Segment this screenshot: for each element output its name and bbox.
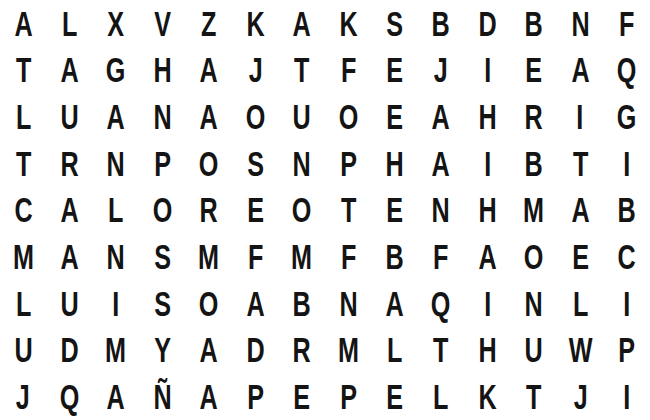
grid-cell[interactable]: H [139,47,185,94]
grid-cell[interactable]: J [0,373,46,420]
grid-cell[interactable]: L [557,280,603,327]
grid-letter: E [386,52,403,87]
grid-cell[interactable]: N [511,280,557,327]
grid-letter: W [568,332,592,367]
grid-cell[interactable]: A [464,233,510,280]
grid-cell[interactable]: H [464,93,510,140]
grid-cell[interactable]: E [232,187,278,234]
grid-cell[interactable]: T [0,140,46,187]
grid-letter: E [526,52,543,87]
grid-letter: H [478,192,496,227]
grid-cell[interactable]: E [279,373,325,420]
grid-cell[interactable]: O [186,140,232,187]
grid-cell[interactable]: A [0,0,46,47]
grid-letter: S [154,239,171,274]
grid-letter: E [386,99,403,134]
grid-cell[interactable]: T [0,47,46,94]
grid-letter: U [61,99,79,134]
grid-letter: J [248,52,262,87]
grid-cell[interactable]: O [325,93,371,140]
grid-cell[interactable]: E [371,93,417,140]
grid-cell[interactable]: E [371,47,417,94]
grid-cell[interactable]: J [557,373,603,420]
grid-cell[interactable]: Q [418,280,464,327]
grid-letter: A [293,6,311,41]
grid-letter: I [484,146,491,181]
grid-letter: L [16,286,31,321]
grid-letter: P [340,379,357,414]
grid-letter: T [16,146,31,181]
grid-letter: D [246,332,264,367]
grid-letter: V [154,6,171,41]
grid-cell[interactable]: T [325,187,371,234]
grid-letter: L [387,332,402,367]
grid-letter: U [61,286,79,321]
grid-cell[interactable]: B [511,140,557,187]
grid-cell[interactable]: F [325,233,371,280]
grid-cell[interactable]: O [232,93,278,140]
grid-letter: N [571,6,589,41]
grid-letter: F [619,6,634,41]
grid-letter: S [247,146,264,181]
grid-cell[interactable]: B [418,0,464,47]
grid-letter: Y [154,332,171,367]
grid-cell[interactable]: S [371,0,417,47]
grid-letter: M [291,239,312,274]
grid-letter: P [340,146,357,181]
grid-letter: T [433,332,448,367]
grid-cell[interactable]: O [186,280,232,327]
grid-letter: I [577,99,584,134]
grid-cell[interactable]: P [604,327,650,374]
grid-letter: P [247,379,264,414]
grid-cell[interactable]: D [232,327,278,374]
grid-cell[interactable]: D [464,0,510,47]
grid-cell[interactable]: A [371,280,417,327]
grid-letter: F [340,52,355,87]
grid-letter: B [432,6,450,41]
grid-cell[interactable]: Q [604,47,650,94]
grid-cell[interactable]: I [464,280,510,327]
grid-letter: E [572,239,589,274]
grid-cell[interactable]: P [139,140,185,187]
grid-letter: F [340,239,355,274]
grid-letter: R [61,146,79,181]
grid-cell[interactable]: H [464,327,510,374]
grid-cell[interactable]: I [464,47,510,94]
grid-letter: U [293,99,311,134]
grid-cell[interactable]: J [418,47,464,94]
grid-letter: M [523,192,544,227]
grid-cell[interactable]: A [186,327,232,374]
grid-letter: A [478,239,496,274]
grid-cell[interactable]: R [46,140,92,187]
grid-letter: G [617,99,637,134]
grid-letter: L [433,379,448,414]
grid-letter: D [61,332,79,367]
grid-letter: A [200,52,218,87]
grid-cell[interactable]: L [46,0,92,47]
grid-letter: N [107,146,125,181]
grid-cell[interactable]: N [93,140,139,187]
grid-letter: K [478,379,496,414]
grid-letter: M [106,332,127,367]
grid-cell[interactable]: F [604,0,650,47]
grid-cell[interactable]: N [139,93,185,140]
grid-letter: F [248,239,263,274]
grid-cell[interactable]: E [371,187,417,234]
grid-cell[interactable]: J [232,47,278,94]
grid-cell[interactable]: N [557,0,603,47]
grid-letter: B [293,286,311,321]
grid-cell[interactable]: P [325,373,371,420]
grid-cell[interactable]: N [418,187,464,234]
grid-letter: C [618,239,636,274]
grid-cell[interactable]: F [232,233,278,280]
grid-cell[interactable]: U [46,93,92,140]
grid-letter: Ñ [153,379,171,414]
grid-letter: J [16,379,30,414]
grid-letter: N [525,286,543,321]
grid-letter: R [293,332,311,367]
grid-letter: H [386,146,404,181]
grid-cell[interactable]: N [325,280,371,327]
grid-cell[interactable]: A [418,93,464,140]
grid-cell[interactable]: N [279,140,325,187]
grid-cell[interactable]: L [371,327,417,374]
grid-cell[interactable]: U [511,327,557,374]
grid-letter: H [478,99,496,134]
grid-cell[interactable]: B [511,0,557,47]
grid-cell[interactable]: I [93,280,139,327]
grid-cell[interactable]: V [139,0,185,47]
grid-letter: E [386,192,403,227]
grid-cell[interactable]: L [0,280,46,327]
grid-cell[interactable]: A [418,140,464,187]
grid-letter: A [571,52,589,87]
grid-cell[interactable]: A [46,47,92,94]
grid-cell[interactable]: I [604,140,650,187]
grid-cell[interactable]: E [371,373,417,420]
grid-cell[interactable]: A [557,47,603,94]
grid-cell[interactable]: B [604,187,650,234]
grid-cell[interactable]: Q [46,373,92,420]
grid-letter: O [153,192,173,227]
grid-cell[interactable]: U [279,93,325,140]
grid-letter: N [432,192,450,227]
grid-letter: L [108,192,123,227]
grid-letter: B [525,6,543,41]
grid-letter: A [246,286,264,321]
word-search-board: ALXVZKAKSBDBNFTAGHAJTFEJIEAQLUANAOUOEAHR… [0,0,650,420]
grid-letter: F [433,239,448,274]
grid-letter: Q [60,379,80,414]
grid-cell[interactable]: M [93,327,139,374]
grid-cell[interactable]: M [279,233,325,280]
grid-cell[interactable]: K [325,0,371,47]
grid-cell[interactable]: T [557,140,603,187]
grid-letter: S [386,6,403,41]
grid-letter: A [386,286,404,321]
grid-letter: X [108,6,125,41]
grid-cell[interactable]: E [557,233,603,280]
grid-cell[interactable]: E [511,47,557,94]
grid-letter: E [247,192,264,227]
grid-cell[interactable]: Ñ [139,373,185,420]
grid-letter: M [338,332,359,367]
grid-cell[interactable]: M [0,233,46,280]
grid-cell[interactable]: N [93,233,139,280]
grid-cell[interactable]: S [139,233,185,280]
grid-cell[interactable]: C [0,187,46,234]
grid-letter: U [525,332,543,367]
grid-letter: N [153,99,171,134]
grid-letter: J [573,379,587,414]
grid-cell[interactable]: T [279,47,325,94]
grid-cell[interactable]: I [464,140,510,187]
grid-letter: A [107,379,125,414]
grid-letter: M [13,239,34,274]
grid-cell[interactable]: A [46,233,92,280]
grid-cell[interactable]: M [186,233,232,280]
grid-letter: O [199,146,219,181]
grid-letter: O [292,192,312,227]
grid-letter: M [198,239,219,274]
grid-letter: A [61,239,79,274]
grid-letter: L [573,286,588,321]
grid-letter: S [154,286,171,321]
grid-letter: L [62,6,77,41]
grid-cell[interactable]: R [511,93,557,140]
grid-cell[interactable]: R [186,187,232,234]
grid-letter: J [434,52,448,87]
grid-cell[interactable]: D [46,327,92,374]
grid-letter: D [478,6,496,41]
grid-letter: T [573,146,588,181]
grid-letter: K [246,6,264,41]
grid-cell[interactable]: H [464,187,510,234]
grid-letter: N [293,146,311,181]
grid-letter: T [16,52,31,87]
grid-cell[interactable]: B [371,233,417,280]
grid-letter: E [293,379,310,414]
grid-cell[interactable]: K [464,373,510,420]
grid-letter: H [478,332,496,367]
grid-cell[interactable]: P [325,140,371,187]
grid-letter: E [386,379,403,414]
grid-cell[interactable]: O [511,233,557,280]
grid-cell[interactable]: A [93,93,139,140]
grid-cell[interactable]: A [279,0,325,47]
grid-letter: I [484,286,491,321]
grid-cell[interactable]: G [93,47,139,94]
grid-letter: C [14,192,32,227]
grid-letter: A [432,146,450,181]
grid-cell[interactable]: A [186,93,232,140]
grid-letter: I [113,286,120,321]
grid-cell[interactable]: P [232,373,278,420]
grid-cell[interactable]: L [0,93,46,140]
grid-cell[interactable]: A [232,280,278,327]
grid-cell[interactable]: A [557,187,603,234]
grid-letter: T [526,379,541,414]
grid-letter: A [200,332,218,367]
grid-cell[interactable]: I [557,93,603,140]
grid-letter: K [339,6,357,41]
grid-cell[interactable]: G [604,93,650,140]
grid-cell[interactable]: W [557,327,603,374]
grid-cell[interactable]: R [279,327,325,374]
grid-letter: Q [617,52,637,87]
grid-letter: T [294,52,309,87]
grid-letter: A [571,192,589,227]
grid-letter: A [61,192,79,227]
grid-cell[interactable]: Z [186,0,232,47]
grid-cell[interactable]: F [325,47,371,94]
grid-letter: A [200,379,218,414]
grid-letter: U [14,332,32,367]
grid-cell[interactable]: Y [139,327,185,374]
grid-letter: I [623,146,630,181]
grid-cell[interactable]: A [186,373,232,420]
grid-letter: L [16,99,31,134]
grid-cell[interactable]: M [325,327,371,374]
grid-letter: I [623,286,630,321]
grid-cell[interactable]: M [511,187,557,234]
grid-cell[interactable]: T [511,373,557,420]
grid-letter: T [340,192,355,227]
grid-cell[interactable]: O [139,187,185,234]
grid-letter: B [386,239,404,274]
grid-cell[interactable]: L [93,187,139,234]
grid-cell[interactable]: X [93,0,139,47]
grid-letter: R [525,99,543,134]
grid-letter: O [199,286,219,321]
grid-cell[interactable]: S [232,140,278,187]
grid-letter: O [524,239,544,274]
grid-letter: Z [201,6,216,41]
grid-letter: I [623,379,630,414]
grid-letter: A [61,52,79,87]
grid-letter: Q [431,286,451,321]
grid-cell[interactable]: A [186,47,232,94]
grid-cell[interactable]: U [46,280,92,327]
grid-cell[interactable]: O [279,187,325,234]
grid-letter: P [154,146,171,181]
grid-cell[interactable]: F [418,233,464,280]
grid-cell[interactable]: S [139,280,185,327]
grid-letter: G [106,52,126,87]
grid-cell[interactable]: U [0,327,46,374]
grid-letter: A [14,6,32,41]
grid-letter: I [484,52,491,87]
grid-cell[interactable]: T [418,327,464,374]
grid-cell[interactable]: C [604,233,650,280]
grid-cell[interactable]: I [604,373,650,420]
grid-letter: B [618,192,636,227]
grid-cell[interactable]: B [279,280,325,327]
grid-letter: N [339,286,357,321]
grid-letter: N [107,239,125,274]
grid-letter: A [107,99,125,134]
grid-letter: A [200,99,218,134]
grid-cell[interactable]: A [93,373,139,420]
grid-letter: P [618,332,635,367]
grid-letter: O [338,99,358,134]
grid-letter: O [246,99,266,134]
grid-cell[interactable]: H [371,140,417,187]
grid-letter: R [200,192,218,227]
grid-cell[interactable]: K [232,0,278,47]
grid-cell[interactable]: L [418,373,464,420]
grid-letter: H [153,52,171,87]
grid-letter: A [432,99,450,134]
grid-cell[interactable]: A [46,187,92,234]
grid-cell[interactable]: I [604,280,650,327]
grid-letter: B [525,146,543,181]
